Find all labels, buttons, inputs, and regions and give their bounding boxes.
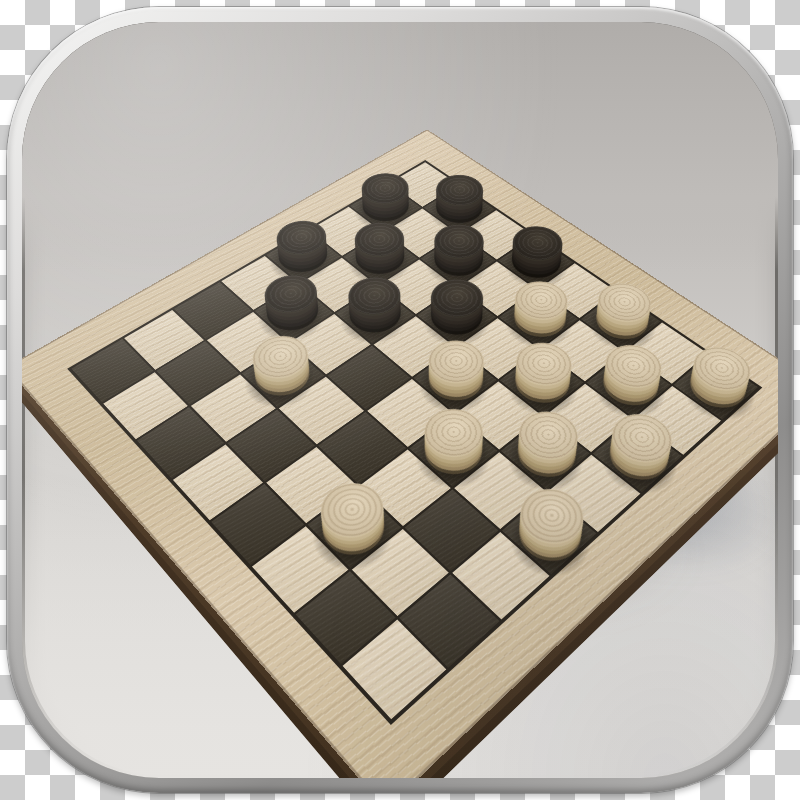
board-frame xyxy=(22,129,778,778)
play-area xyxy=(67,160,762,725)
checkers-board xyxy=(22,129,778,778)
app-icon[interactable] xyxy=(7,7,793,793)
board-photo xyxy=(22,22,778,778)
scene xyxy=(22,22,778,778)
transparency-background xyxy=(0,0,800,800)
